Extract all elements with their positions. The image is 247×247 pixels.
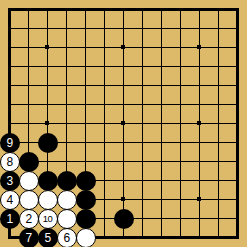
- stone-move-number: 2: [25, 213, 31, 225]
- go-diagram: 98341210756: [0, 0, 247, 247]
- stone-move-number: 9: [6, 137, 12, 149]
- black-stone: [76, 190, 96, 210]
- black-stone-move-5: 5: [38, 228, 58, 247]
- white-stone: [57, 209, 77, 229]
- black-stone: [38, 133, 58, 153]
- black-stone: [38, 171, 58, 191]
- black-stone: [19, 152, 39, 172]
- white-stone: [57, 190, 77, 210]
- black-stone: [76, 209, 96, 229]
- black-stone-move-3: 3: [0, 171, 20, 191]
- black-stone-move-9: 9: [0, 133, 20, 153]
- white-stone: [19, 171, 39, 191]
- black-stone-move-7: 7: [19, 228, 39, 247]
- stone-move-number: 5: [44, 232, 50, 244]
- stone-move-number: 4: [6, 194, 12, 206]
- stone-move-number: 10: [43, 214, 53, 224]
- stone-move-number: 1: [6, 213, 12, 225]
- stone-move-number: 3: [6, 175, 12, 187]
- go-board: 98341210756: [0, 0, 247, 247]
- white-stone-move-6: 6: [57, 228, 77, 247]
- black-stone: [57, 171, 77, 191]
- white-stone-move-4: 4: [0, 190, 20, 210]
- stone-move-number: 6: [63, 232, 69, 244]
- white-stone-move-8: 8: [0, 152, 20, 172]
- black-stone-move-1: 1: [0, 209, 20, 229]
- white-stone: [76, 228, 96, 247]
- white-stone-move-10: 10: [38, 209, 58, 229]
- black-stone: [114, 209, 134, 229]
- black-stone: [76, 171, 96, 191]
- stone-move-number: 8: [6, 156, 12, 168]
- stone-move-number: 7: [25, 232, 31, 244]
- white-stone-move-2: 2: [19, 209, 39, 229]
- white-stone: [19, 190, 39, 210]
- white-stone: [38, 190, 58, 210]
